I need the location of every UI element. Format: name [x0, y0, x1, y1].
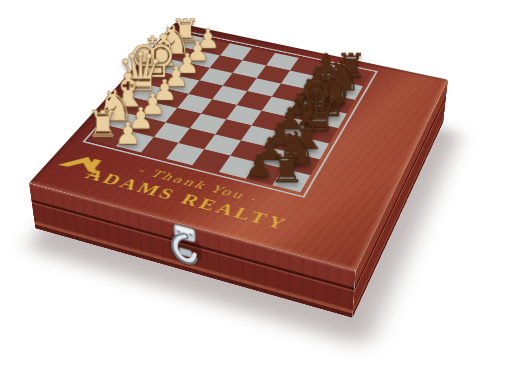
square-d4	[201, 99, 236, 119]
square-f8: ♝	[321, 94, 355, 114]
black-pawn: ♟	[266, 119, 293, 150]
product-photo-scene: ♜♟♟♜♞♟♟♞♝♟♟♝♚♟♟♚♛♟♟♛♝♟♟♝♞♟♟♞♜♟♟♜ - Thank…	[0, 0, 510, 372]
house-roof-logo-icon	[54, 148, 117, 180]
chess-gift-box: ♜♟♟♜♞♟♟♞♝♟♟♝♚♟♟♚♛♟♟♛♝♟♟♝♞♟♟♞♜♟♟♜ - Thank…	[35, 63, 443, 318]
chess-board: ♜♟♟♜♞♟♟♞♝♟♟♝♚♟♟♚♛♟♟♛♝♟♟♝♞♟♟♞♜♟♟♜	[82, 30, 378, 198]
white-rook: ♜	[171, 15, 200, 47]
white-bishop: ♝	[108, 67, 150, 113]
white-rook: ♜	[87, 106, 120, 143]
square-a2: ♟	[116, 131, 154, 153]
white-knight: ♞	[97, 85, 136, 128]
